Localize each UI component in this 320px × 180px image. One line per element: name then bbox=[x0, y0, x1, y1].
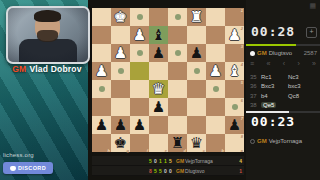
square-g7[interactable]: ♟ bbox=[111, 116, 130, 134]
piece-white-pawn[interactable]: ♟ bbox=[114, 46, 127, 61]
square-g4[interactable] bbox=[111, 62, 130, 80]
discord-badge[interactable]: DISCORD bbox=[3, 162, 53, 174]
square-d2[interactable] bbox=[168, 26, 187, 44]
score-player-name: GMVejpTornaga bbox=[176, 158, 213, 164]
move-black[interactable]: Nc3 bbox=[288, 74, 315, 80]
square-e6[interactable]: ♟ bbox=[149, 98, 168, 116]
black-player-row: GM VejpTornaga bbox=[250, 138, 317, 144]
move-dest-dot[interactable] bbox=[175, 14, 181, 20]
square-c5[interactable] bbox=[187, 80, 206, 98]
square-h5[interactable] bbox=[92, 80, 111, 98]
piece-black-rook[interactable]: ♜ bbox=[171, 136, 184, 151]
move-nav: ≡ « ‹ › » bbox=[250, 60, 316, 67]
file-label: b bbox=[222, 148, 224, 153]
rank-label: 8 bbox=[241, 134, 243, 139]
move-dest-dot[interactable] bbox=[99, 86, 105, 92]
score-value: 4 bbox=[239, 158, 242, 164]
score-row: 85500GMDlugtsvo1 bbox=[92, 166, 244, 176]
move-white[interactable]: b4 bbox=[261, 93, 288, 99]
score-value: 1 bbox=[239, 168, 242, 174]
move-black[interactable]: Qc8 bbox=[288, 93, 315, 99]
rank-label: 4 bbox=[241, 62, 243, 67]
square-b3[interactable] bbox=[206, 44, 225, 62]
square-g2[interactable] bbox=[111, 26, 130, 44]
rank-label: 5 bbox=[241, 80, 243, 85]
score-row: 50115GMVejpTornaga4 bbox=[92, 156, 244, 166]
square-c7[interactable] bbox=[187, 116, 206, 134]
square-f5[interactable] bbox=[130, 80, 149, 98]
streamer-nameplate: GMVlad Dobrov bbox=[0, 64, 94, 74]
stream-frame: GMVlad Dobrov ♚♜1♟♝♟2♟♟♟3♟♟♝4♛5♟6♟♟♟♟7h♚… bbox=[0, 0, 320, 180]
square-d5[interactable] bbox=[168, 80, 187, 98]
first-move-icon[interactable]: « bbox=[266, 60, 270, 67]
move-dest-dot[interactable] bbox=[137, 14, 143, 20]
file-label: f bbox=[147, 148, 148, 153]
piece-black-pawn[interactable]: ♟ bbox=[190, 46, 203, 61]
streamer-title: GM bbox=[12, 64, 26, 74]
white-player-row: GM Dlugtsvo 2587 bbox=[250, 50, 317, 56]
square-c2[interactable] bbox=[187, 26, 206, 44]
piece-white-king[interactable]: ♚ bbox=[114, 10, 127, 25]
square-a2[interactable]: ♟2 bbox=[225, 26, 244, 44]
game-sidebar: ▦ 00:28 + GM Dlugtsvo 2587 ≡ « ‹ › » 35R… bbox=[246, 0, 320, 180]
settings-icon[interactable]: ▦ bbox=[309, 2, 316, 10]
move-black[interactable]: bxc3 bbox=[288, 83, 315, 89]
black-player-name: VejpTornaga bbox=[269, 138, 302, 144]
black-player-title: GM bbox=[257, 138, 267, 144]
square-c1[interactable]: ♜ bbox=[187, 8, 206, 26]
square-c8[interactable]: ♛c bbox=[187, 134, 206, 152]
white-clock-bar bbox=[246, 44, 320, 46]
square-d7[interactable] bbox=[168, 116, 187, 134]
file-label: h bbox=[108, 148, 110, 153]
file-label: c bbox=[203, 148, 205, 153]
move-dest-dot[interactable] bbox=[232, 104, 238, 110]
square-b6[interactable] bbox=[206, 98, 225, 116]
rank-label: 7 bbox=[241, 116, 243, 121]
rank-label: 1 bbox=[241, 8, 243, 13]
square-c3[interactable]: ♟ bbox=[187, 44, 206, 62]
square-h8[interactable]: h bbox=[92, 134, 111, 152]
square-d6[interactable] bbox=[168, 98, 187, 116]
square-g6[interactable] bbox=[111, 98, 130, 116]
move-row: 35Rc1Nc3 bbox=[250, 72, 318, 82]
square-g8[interactable]: ♚g bbox=[111, 134, 130, 152]
piece-black-pawn[interactable]: ♟ bbox=[114, 118, 127, 133]
square-d4[interactable] bbox=[168, 62, 187, 80]
piece-black-pawn[interactable]: ♟ bbox=[152, 46, 165, 61]
piece-white-queen[interactable]: ♛ bbox=[152, 82, 165, 97]
piece-white-pawn[interactable]: ♟ bbox=[228, 28, 241, 43]
square-a1[interactable]: 1 bbox=[225, 8, 244, 26]
square-f8[interactable]: f bbox=[130, 134, 149, 152]
move-white[interactable]: Rc1 bbox=[261, 74, 288, 80]
square-d3[interactable] bbox=[168, 44, 187, 62]
move-number: 36 bbox=[250, 83, 261, 89]
rank-label: 2 bbox=[241, 26, 243, 31]
discord-icon bbox=[10, 166, 16, 171]
move-row: 38Qe5 bbox=[250, 101, 318, 111]
square-a3[interactable]: 3 bbox=[225, 44, 244, 62]
move-white[interactable]: Bxc3 bbox=[261, 83, 288, 89]
move-list: 35Rc1Nc336Bxc3bxc337b4Qc838Qe5 bbox=[250, 72, 318, 110]
black-clock-bar bbox=[246, 111, 320, 113]
rank-label: 3 bbox=[241, 44, 243, 49]
move-number: 37 bbox=[250, 93, 261, 99]
square-e1[interactable] bbox=[149, 8, 168, 26]
piece-black-pawn[interactable]: ♟ bbox=[152, 100, 165, 115]
piece-black-pawn[interactable]: ♟ bbox=[95, 118, 108, 133]
square-a4[interactable]: ♝4 bbox=[225, 62, 244, 80]
white-player-title: GM bbox=[257, 50, 267, 56]
score-strip: 50115GMVejpTornaga485500GMDlugtsvo1 bbox=[92, 156, 244, 175]
square-f4[interactable] bbox=[130, 62, 149, 80]
lichess-watermark: lichess.org bbox=[3, 152, 34, 158]
file-label: e bbox=[165, 148, 167, 153]
white-player-name: Dlugtsvo bbox=[269, 50, 292, 56]
square-e8[interactable]: e bbox=[149, 134, 168, 152]
move-number: 35 bbox=[250, 74, 261, 80]
move-white[interactable]: Qe5 bbox=[261, 102, 288, 108]
discord-label: DISCORD bbox=[18, 165, 46, 171]
piece-black-king[interactable]: ♚ bbox=[114, 136, 127, 151]
square-a8[interactable]: a8 bbox=[225, 134, 244, 152]
square-e2[interactable]: ♝ bbox=[149, 26, 168, 44]
score-digit: 5 bbox=[168, 158, 173, 164]
piece-black-pawn[interactable]: ♟ bbox=[228, 118, 241, 133]
black-color-icon bbox=[250, 139, 255, 144]
square-a7[interactable]: ♟7 bbox=[225, 116, 244, 134]
square-a5[interactable]: 5 bbox=[225, 80, 244, 98]
white-player-rating: 2587 bbox=[304, 50, 317, 56]
black-clock: 00:23 bbox=[251, 114, 295, 129]
square-e3[interactable]: ♟ bbox=[149, 44, 168, 62]
white-color-icon bbox=[250, 51, 255, 56]
move-row: 36Bxc3bxc3 bbox=[250, 82, 318, 92]
piece-black-bishop[interactable]: ♝ bbox=[152, 28, 165, 43]
square-b7[interactable] bbox=[206, 116, 225, 134]
square-h7[interactable]: ♟ bbox=[92, 116, 111, 134]
file-label: d bbox=[184, 148, 186, 153]
square-b4[interactable]: ♟ bbox=[206, 62, 225, 80]
square-d8[interactable]: ♜d bbox=[168, 134, 187, 152]
move-dest-dot[interactable] bbox=[175, 50, 181, 56]
rank-label: 6 bbox=[241, 98, 243, 103]
webcam-vignette bbox=[8, 8, 88, 62]
chess-board[interactable]: ♚♜1♟♝♟2♟♟♟3♟♟♝4♛5♟6♟♟♟♟7h♚gfe♜d♛cba8 bbox=[92, 8, 244, 152]
score-digit: 0 bbox=[168, 168, 173, 174]
webcam bbox=[6, 6, 90, 64]
move-dest-dot[interactable] bbox=[213, 86, 219, 92]
white-clock: 00:28 bbox=[251, 24, 295, 39]
streamer-name: Vlad Dobrov bbox=[29, 64, 81, 74]
piece-black-queen[interactable]: ♛ bbox=[190, 136, 203, 151]
square-h6[interactable] bbox=[92, 98, 111, 116]
square-f2[interactable]: ♟ bbox=[130, 26, 149, 44]
square-g5[interactable] bbox=[111, 80, 130, 98]
square-e5[interactable]: ♛ bbox=[149, 80, 168, 98]
plus-button[interactable]: + bbox=[306, 27, 317, 38]
move-dest-dot[interactable] bbox=[137, 50, 143, 56]
piece-white-rook[interactable]: ♜ bbox=[190, 10, 203, 25]
square-c6[interactable] bbox=[187, 98, 206, 116]
piece-white-bishop[interactable]: ♝ bbox=[228, 64, 241, 79]
square-b8[interactable]: b bbox=[206, 134, 225, 152]
square-c4[interactable] bbox=[187, 62, 206, 80]
menu-icon[interactable]: ≡ bbox=[250, 60, 254, 67]
piece-white-pawn[interactable]: ♟ bbox=[133, 28, 146, 43]
square-e4[interactable] bbox=[149, 62, 168, 80]
move-dest-dot[interactable] bbox=[118, 68, 124, 74]
last-move-icon[interactable]: » bbox=[312, 60, 316, 67]
piece-black-pawn[interactable]: ♟ bbox=[133, 118, 146, 133]
file-label: a bbox=[241, 148, 243, 153]
square-h2[interactable] bbox=[92, 26, 111, 44]
square-a6[interactable]: 6 bbox=[225, 98, 244, 116]
move-number: 38 bbox=[250, 102, 261, 108]
piece-white-pawn[interactable]: ♟ bbox=[95, 64, 108, 79]
square-g1[interactable]: ♚ bbox=[111, 8, 130, 26]
square-f1[interactable] bbox=[130, 8, 149, 26]
file-label: g bbox=[127, 148, 129, 153]
square-h4[interactable]: ♟ bbox=[92, 62, 111, 80]
square-b5[interactable] bbox=[206, 80, 225, 98]
square-h3[interactable] bbox=[92, 44, 111, 62]
square-h1[interactable] bbox=[92, 8, 111, 26]
square-f7[interactable]: ♟ bbox=[130, 116, 149, 134]
square-b1[interactable] bbox=[206, 8, 225, 26]
square-e7[interactable] bbox=[149, 116, 168, 134]
next-move-icon[interactable]: › bbox=[297, 60, 299, 67]
piece-white-pawn[interactable]: ♟ bbox=[209, 64, 222, 79]
square-d1[interactable] bbox=[168, 8, 187, 26]
square-f6[interactable] bbox=[130, 98, 149, 116]
prev-move-icon[interactable]: ‹ bbox=[283, 60, 285, 67]
move-row: 37b4Qc8 bbox=[250, 91, 318, 101]
square-f3[interactable] bbox=[130, 44, 149, 62]
square-b2[interactable] bbox=[206, 26, 225, 44]
move-dest-dot[interactable] bbox=[194, 68, 200, 74]
score-player-name: GMDlugtsvo bbox=[176, 168, 205, 174]
square-g3[interactable]: ♟ bbox=[111, 44, 130, 62]
